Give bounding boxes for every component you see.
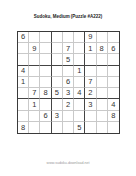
cell-r9c7 [85,122,96,133]
cell-r7c5: 2 [63,99,74,110]
cell-r7c3 [40,99,51,110]
cell-r4c1: 4 [18,66,29,77]
cell-r6c3: 8 [40,88,51,99]
cell-r5c1: 1 [18,77,29,88]
cell-r3c2 [29,54,40,65]
cell-r7c4 [52,99,63,110]
cell-r9c5 [63,122,74,133]
cell-r3c1 [18,54,29,65]
cell-r8c5 [63,111,74,122]
cell-r1c6 [74,32,85,43]
cell-r5c6 [74,77,85,88]
cell-r3c5: 5 [63,54,74,65]
cell-r7c7: 3 [85,99,96,110]
cell-r6c7: 2 [85,88,96,99]
cell-r3c4 [52,54,63,65]
cell-r8c3: 6 [40,111,51,122]
cell-r1c8 [97,32,108,43]
cell-r6c1 [18,88,29,99]
cell-r9c6: 5 [74,122,85,133]
cell-r4c4 [52,66,63,77]
cell-r2c1 [18,43,29,54]
cell-r7c9: 4 [108,99,119,110]
cell-r3c7 [85,54,96,65]
cell-r7c8 [97,99,108,110]
cell-r8c2 [29,111,40,122]
cell-r1c5 [63,32,74,43]
cell-r9c2 [29,122,40,133]
cell-r1c9 [108,32,119,43]
cell-r1c2 [29,32,40,43]
cell-r9c3 [40,122,51,133]
cell-r3c8 [97,54,108,65]
cell-r7c6 [74,99,85,110]
cell-r4c7 [85,66,96,77]
cell-r2c8: 8 [97,43,108,54]
cell-r2c6 [74,43,85,54]
cell-r5c7: 7 [85,77,96,88]
cell-r4c5 [63,66,74,77]
cell-r9c1: 8 [18,122,29,133]
sudoku-board: 6997186541167785342123463885 [17,31,120,134]
cell-r2c7: 1 [85,43,96,54]
cell-r1c4 [52,32,63,43]
cell-r4c6: 1 [74,66,85,77]
cell-r6c8 [97,88,108,99]
cell-r1c1: 6 [18,32,29,43]
cell-r5c2 [29,77,40,88]
footer-url: www.sudoku-download.net [37,161,98,165]
sudoku-page: Sudoku, Medium (Puzzle #A222) 6997186541… [0,0,136,176]
cell-r2c9: 6 [108,43,119,54]
cell-r1c7: 9 [85,32,96,43]
cell-r8c9: 8 [108,111,119,122]
cell-r4c2 [29,66,40,77]
cell-r4c9 [108,66,119,77]
cell-r2c2: 9 [29,43,40,54]
cell-r3c3 [40,54,51,65]
cell-r5c3 [40,77,51,88]
cell-r9c8 [97,122,108,133]
cell-r7c2: 1 [29,99,40,110]
cell-r6c9 [108,88,119,99]
cell-r9c9 [108,122,119,133]
cell-r4c8 [97,66,108,77]
cell-r6c2: 7 [29,88,40,99]
cell-r9c4 [52,122,63,133]
cell-r2c5: 7 [63,43,74,54]
cell-r2c3 [40,43,51,54]
cell-r3c6 [74,54,85,65]
cell-r4c3 [40,66,51,77]
cell-r5c4 [52,77,63,88]
cell-r5c8 [97,77,108,88]
cell-r8c6 [74,111,85,122]
puzzle-title: Sudoku, Medium (Puzzle #A222) [30,14,106,19]
cell-r5c9 [108,77,119,88]
cell-r6c6: 4 [74,88,85,99]
cell-r3c9 [108,54,119,65]
cell-r8c7 [85,111,96,122]
cell-r1c3 [40,32,51,43]
cell-r2c4 [52,43,63,54]
cell-r8c4: 3 [52,111,63,122]
cell-r8c1 [18,111,29,122]
cell-r5c5: 6 [63,77,74,88]
cell-r6c4: 5 [52,88,63,99]
cell-r7c1 [18,99,29,110]
cell-r8c8 [97,111,108,122]
cell-r6c5: 3 [63,88,74,99]
